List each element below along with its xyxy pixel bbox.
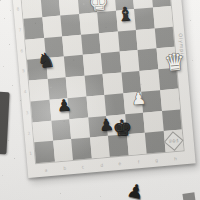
rank-label-1: 1 (27, 146, 35, 161)
square-a4[interactable] (29, 79, 49, 101)
rank-label-7: 7 (16, 22, 24, 37)
square-a2[interactable] (32, 120, 52, 142)
square-e4[interactable] (103, 72, 123, 94)
square-d4[interactable] (84, 74, 104, 96)
rank-label-3: 3 (23, 104, 31, 119)
file-label-d: d (94, 159, 109, 169)
file-label-e: e (112, 158, 127, 168)
square-a7[interactable] (23, 17, 43, 39)
square-g5[interactable] (138, 49, 158, 71)
square-d6[interactable] (81, 33, 101, 55)
file-label-h: h (168, 153, 183, 163)
photo-frame: 87654321 abcdefgh Olympia ♕♔♗♚♝♞♛♟♟♟♚ ♟ (0, 0, 200, 200)
rank-label-5: 5 (20, 63, 28, 78)
piece-black-knight-b5[interactable]: ♞ (36, 49, 56, 70)
square-h2[interactable] (161, 109, 181, 131)
square-h7[interactable] (152, 6, 172, 28)
dark-object-left-edge (0, 92, 10, 155)
board-squares: ♕♔♗♚♝♞♛♟♟♟♚ (22, 0, 184, 163)
crowns-logo-icon: ♕♔♗ (164, 131, 184, 151)
square-d5[interactable] (82, 53, 102, 75)
rank-label-6: 6 (18, 42, 26, 57)
piece-white-queen-h5[interactable]: ♛ (163, 50, 186, 75)
square-b7[interactable] (42, 15, 62, 37)
square-h3[interactable] (160, 88, 180, 110)
square-e5[interactable] (101, 52, 121, 74)
square-f5[interactable] (119, 50, 139, 72)
file-label-g: g (149, 155, 164, 165)
file-label-b: b (57, 163, 72, 173)
piece-black-king-f2[interactable]: ♚ (111, 117, 133, 141)
square-g2[interactable] (143, 111, 163, 133)
square-b8[interactable] (40, 0, 60, 17)
square-c2[interactable] (69, 117, 89, 139)
square-f6[interactable] (117, 30, 137, 52)
square-g6[interactable] (136, 28, 156, 50)
square-a8[interactable] (22, 0, 42, 19)
captured-piece-off-board[interactable]: ♟ (125, 180, 146, 200)
rank-label-4: 4 (22, 84, 30, 99)
square-e6[interactable] (99, 31, 119, 53)
square-a1[interactable] (34, 141, 54, 163)
square-c5[interactable] (64, 55, 84, 77)
chessboard: 87654321 abcdefgh Olympia ♕♔♗♚♝♞♛♟♟♟♚ (12, 0, 195, 178)
square-g1[interactable] (145, 131, 165, 153)
rank-label-8: 8 (14, 1, 22, 16)
square-a3[interactable] (31, 100, 51, 122)
square-c6[interactable] (62, 34, 82, 56)
table-dust-specks (0, 0, 1, 1)
file-label-c: c (75, 161, 90, 171)
square-c7[interactable] (60, 14, 80, 36)
square-g7[interactable] (134, 7, 154, 29)
square-c1[interactable] (71, 138, 91, 160)
square-h1[interactable]: ♕♔♗ (163, 130, 183, 152)
rank-label-2: 2 (25, 125, 33, 140)
piece-white-king-e8[interactable]: ♚ (88, 0, 110, 15)
file-label-a: a (39, 164, 54, 174)
square-b1[interactable] (53, 139, 73, 161)
square-d1[interactable] (90, 136, 110, 158)
square-h6[interactable] (154, 26, 174, 48)
square-b2[interactable] (51, 119, 71, 141)
shadow-mark-bottom-right (182, 192, 195, 200)
square-d3[interactable] (86, 95, 106, 117)
piece-black-pawn-b3[interactable]: ♟ (56, 97, 72, 114)
piece-white-pawn-f3[interactable]: ♟ (131, 91, 147, 108)
square-e3[interactable] (104, 93, 124, 115)
file-label-f: f (131, 156, 146, 166)
piece-black-bishop-f7[interactable]: ♝ (116, 4, 135, 24)
